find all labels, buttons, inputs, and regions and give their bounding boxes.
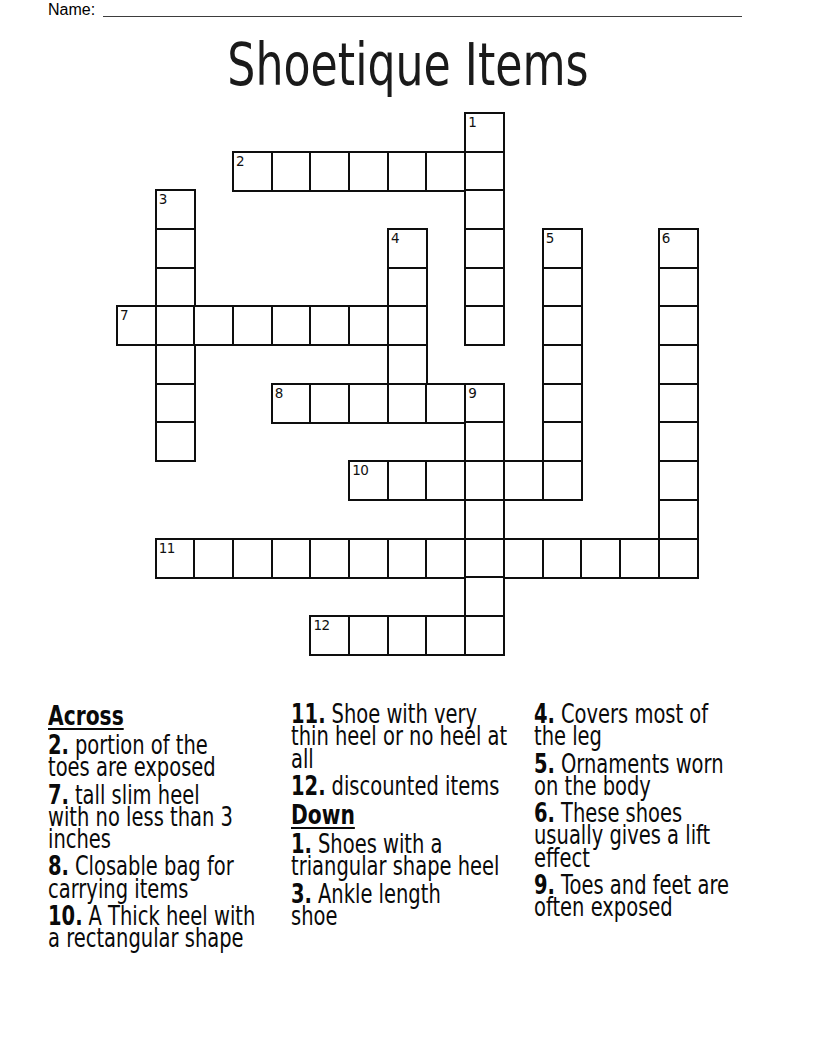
- cell-r7c9[interactable]: 9: [464, 383, 505, 424]
- cell-r3c14[interactable]: 6: [658, 228, 699, 269]
- cell-r5c2[interactable]: [193, 305, 234, 346]
- cell-r2c1[interactable]: 3: [155, 189, 196, 230]
- cell-r4c14[interactable]: [658, 267, 699, 308]
- grid-clue-number-3: 3: [159, 192, 167, 207]
- cell-r8c9[interactable]: [464, 421, 505, 462]
- cell-r9c6[interactable]: 10: [348, 460, 389, 501]
- grid-clue-number-9: 9: [468, 386, 476, 401]
- grid-clue-number-12: 12: [313, 618, 329, 633]
- cell-r11c12[interactable]: [580, 538, 621, 579]
- cell-r6c14[interactable]: [658, 344, 699, 385]
- clue-10-across: 10.A Thick heel with a rectangular shape: [48, 905, 296, 950]
- grid-clue-number-7: 7: [120, 308, 128, 323]
- cell-r9c10[interactable]: [503, 460, 544, 501]
- clue-text: Shoes with a triangular shape heel: [291, 829, 500, 881]
- cell-r6c7[interactable]: [387, 344, 428, 385]
- clue-text: Closable bag for carrying items: [48, 851, 234, 903]
- clue-text: discounted items: [332, 771, 500, 801]
- cell-r4c9[interactable]: [464, 267, 505, 308]
- cell-r9c11[interactable]: [542, 460, 583, 501]
- cell-r6c11[interactable]: [542, 344, 583, 385]
- cell-r1c3[interactable]: 2: [232, 151, 273, 192]
- clue-4-down: 4.Covers most of the leg: [534, 703, 782, 748]
- clues-column-middle: 11.Shoe with very thin heel or no heel a…: [291, 703, 539, 932]
- cell-r13c5[interactable]: 12: [309, 615, 350, 656]
- cell-r7c4[interactable]: 8: [271, 383, 312, 424]
- clues-column-left: Across 2.portion of the toes are exposed…: [48, 703, 296, 955]
- name-label: Name:: [48, 1, 95, 19]
- grid-clue-number-2: 2: [236, 154, 244, 169]
- cell-r9c9[interactable]: [464, 460, 505, 501]
- cell-r9c8[interactable]: [425, 460, 466, 501]
- cell-r8c11[interactable]: [542, 421, 583, 462]
- cell-r13c8[interactable]: [425, 615, 466, 656]
- clue-2-across: 2.portion of the toes are exposed: [48, 734, 296, 779]
- clue-8-across: 8.Closable bag for carrying items: [48, 855, 296, 900]
- cell-r2c9[interactable]: [464, 189, 505, 230]
- clue-text: portion of the toes are exposed: [48, 730, 216, 782]
- cell-r4c11[interactable]: [542, 267, 583, 308]
- across-heading: Across: [48, 703, 296, 729]
- cell-r3c9[interactable]: [464, 228, 505, 269]
- cell-r4c1[interactable]: [155, 267, 196, 308]
- cell-r11c9[interactable]: [464, 538, 505, 579]
- cell-r5c0[interactable]: 7: [116, 305, 157, 346]
- clue-5-down: 5.Ornaments worn on the body: [534, 753, 782, 798]
- grid-clue-number-11: 11: [159, 541, 175, 556]
- cell-r1c6[interactable]: [348, 151, 389, 192]
- cell-r11c13[interactable]: [619, 538, 660, 579]
- cell-r5c4[interactable]: [271, 305, 312, 346]
- cell-r12c9[interactable]: [464, 576, 505, 617]
- cell-r1c9[interactable]: [464, 151, 505, 192]
- grid-clue-number-8: 8: [275, 386, 283, 401]
- cell-r7c11[interactable]: [542, 383, 583, 424]
- cell-r5c9[interactable]: [464, 305, 505, 346]
- cell-r11c14[interactable]: [658, 538, 699, 579]
- cell-r11c8[interactable]: [425, 538, 466, 579]
- grid-clue-number-4: 4: [391, 231, 399, 246]
- grid-clue-number-6: 6: [662, 231, 670, 246]
- clue-text: These shoes usually gives a lift effect: [534, 798, 710, 873]
- cell-r5c7[interactable]: [387, 305, 428, 346]
- name-blank-line: [103, 0, 742, 17]
- cell-r11c4[interactable]: [271, 538, 312, 579]
- clue-7-across: 7.tall slim heel with no less than 3 inc…: [48, 784, 296, 851]
- cell-r5c11[interactable]: [542, 305, 583, 346]
- cell-r5c6[interactable]: [348, 305, 389, 346]
- clue-1-down: 1.Shoes with a triangular shape heel: [291, 833, 539, 878]
- cell-r9c14[interactable]: [658, 460, 699, 501]
- clue-number: 12.: [291, 771, 326, 801]
- cell-r5c3[interactable]: [232, 305, 273, 346]
- cell-r7c7[interactable]: [387, 383, 428, 424]
- cell-r8c1[interactable]: [155, 421, 196, 462]
- clue-text: Ornaments worn on the body: [534, 749, 724, 801]
- cell-r11c5[interactable]: [309, 538, 350, 579]
- clue-text: Ankle length shoe: [291, 879, 441, 931]
- cell-r0c9[interactable]: 1: [464, 112, 505, 153]
- clue-12-across: 12.discounted items: [291, 775, 539, 797]
- clue-text: Toes and feet are often exposed: [534, 870, 729, 922]
- cell-r11c11[interactable]: [542, 538, 583, 579]
- cell-r7c1[interactable]: [155, 383, 196, 424]
- clue-text: tall slim heel with no less than 3 inche…: [48, 780, 233, 855]
- cell-r13c6[interactable]: [348, 615, 389, 656]
- clues-column-right: 4.Covers most of the leg 5.Ornaments wor…: [534, 703, 782, 924]
- cell-r1c7[interactable]: [387, 151, 428, 192]
- cell-r10c14[interactable]: [658, 499, 699, 540]
- puzzle-title: Shoetique Items: [102, 30, 714, 99]
- cell-r11c3[interactable]: [232, 538, 273, 579]
- cell-r11c7[interactable]: [387, 538, 428, 579]
- cell-r1c4[interactable]: [271, 151, 312, 192]
- grid-clue-number-1: 1: [468, 115, 476, 130]
- cell-r5c5[interactable]: [309, 305, 350, 346]
- cell-r7c14[interactable]: [658, 383, 699, 424]
- cell-r11c2[interactable]: [193, 538, 234, 579]
- cell-r10c9[interactable]: [464, 499, 505, 540]
- clue-6-down: 6.These shoes usually gives a lift effec…: [534, 802, 782, 869]
- cell-r11c6[interactable]: [348, 538, 389, 579]
- clue-3-down: 3.Ankle length shoe: [291, 883, 539, 928]
- cell-r1c5[interactable]: [309, 151, 350, 192]
- cell-r5c1[interactable]: [155, 305, 196, 346]
- cell-r5c14[interactable]: [658, 305, 699, 346]
- crossword-grid: 123456789101112: [117, 113, 698, 655]
- grid-clue-number-10: 10: [352, 463, 368, 478]
- cell-r9c7[interactable]: [387, 460, 428, 501]
- cell-r8c14[interactable]: [658, 421, 699, 462]
- cell-r7c8[interactable]: [425, 383, 466, 424]
- cell-r11c1[interactable]: 11: [155, 538, 196, 579]
- cell-r4c7[interactable]: [387, 267, 428, 308]
- clue-11-across: 11.Shoe with very thin heel or no heel a…: [291, 703, 539, 770]
- down-heading: Down: [291, 802, 539, 828]
- cell-r3c7[interactable]: 4: [387, 228, 428, 269]
- cell-r13c9[interactable]: [464, 615, 505, 656]
- cell-r11c10[interactable]: [503, 538, 544, 579]
- clue-9-down: 9.Toes and feet are often exposed: [534, 874, 782, 919]
- clue-text: Covers most of the leg: [534, 699, 708, 751]
- grid-clue-number-5: 5: [546, 231, 554, 246]
- cell-r3c11[interactable]: 5: [542, 228, 583, 269]
- cell-r7c5[interactable]: [309, 383, 350, 424]
- cell-r1c8[interactable]: [425, 151, 466, 192]
- cell-r3c1[interactable]: [155, 228, 196, 269]
- cell-r7c6[interactable]: [348, 383, 389, 424]
- cell-r6c1[interactable]: [155, 344, 196, 385]
- cell-r13c7[interactable]: [387, 615, 428, 656]
